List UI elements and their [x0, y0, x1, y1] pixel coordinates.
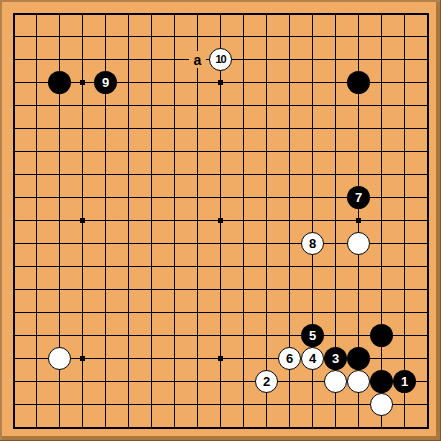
white-stone-move-2: 2	[255, 370, 278, 393]
black-stone-move-1: 1	[393, 370, 416, 393]
white-stone-move-8: 8	[301, 232, 324, 255]
white-stone	[48, 347, 71, 370]
black-stone-move-7: 7	[347, 186, 370, 209]
black-stone-move-3: 3	[324, 347, 347, 370]
black-stone-move-5: 5	[301, 324, 324, 347]
black-stone	[48, 71, 71, 94]
black-stone	[347, 347, 370, 370]
white-stone-move-6: 6	[278, 347, 301, 370]
white-stone	[324, 370, 347, 393]
white-stone-move-10: 10	[209, 48, 232, 71]
go-board: 91078564321a	[2, 2, 439, 439]
white-stone	[370, 393, 393, 416]
point-label-a: a	[189, 51, 206, 68]
black-stone	[370, 370, 393, 393]
black-stone	[347, 71, 370, 94]
black-stone	[370, 324, 393, 347]
white-stone-move-4: 4	[301, 347, 324, 370]
go-diagram: 91078564321a	[0, 0, 441, 441]
black-stone-move-9: 9	[94, 71, 117, 94]
white-stone	[347, 370, 370, 393]
white-stone	[347, 232, 370, 255]
